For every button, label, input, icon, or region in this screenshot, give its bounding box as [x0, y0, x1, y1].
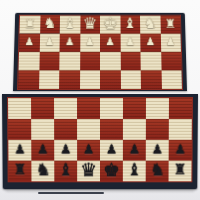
- square[interactable]: [59, 52, 79, 70]
- black-knight[interactable]: ♞: [150, 161, 165, 178]
- square[interactable]: [100, 52, 120, 70]
- white-pawn[interactable]: ♟: [85, 36, 95, 47]
- square[interactable]: ♜: [8, 161, 31, 182]
- white-pawn[interactable]: ♟: [45, 36, 55, 47]
- white-queen[interactable]: ♛: [82, 15, 97, 31]
- board-clasp: [38, 192, 104, 194]
- square[interactable]: [120, 52, 140, 70]
- square[interactable]: [123, 98, 146, 119]
- square[interactable]: ♟: [160, 34, 181, 52]
- square[interactable]: ♞: [146, 161, 169, 182]
- square[interactable]: ♟: [60, 34, 80, 52]
- black-pawn[interactable]: ♟: [174, 142, 186, 155]
- square[interactable]: [161, 52, 182, 70]
- white-pawn[interactable]: ♟: [166, 36, 176, 47]
- square[interactable]: [161, 70, 182, 89]
- black-pawn[interactable]: ♟: [83, 142, 95, 155]
- square[interactable]: [39, 70, 60, 89]
- square[interactable]: [141, 70, 162, 89]
- white-rook[interactable]: ♜: [24, 17, 36, 29]
- square[interactable]: [19, 52, 40, 70]
- white-bishop[interactable]: ♝: [63, 16, 76, 30]
- board-grid-top: ♜♞♝♛♚♝♞♜♟♟♟♟♟♟♟♟: [18, 16, 182, 89]
- square[interactable]: ♞: [40, 16, 60, 34]
- square[interactable]: ♟: [54, 140, 77, 161]
- square[interactable]: [123, 119, 146, 140]
- square[interactable]: [39, 52, 60, 70]
- black-pawn[interactable]: ♟: [14, 142, 26, 155]
- square[interactable]: ♝: [54, 161, 77, 182]
- white-pawn[interactable]: ♟: [105, 36, 115, 47]
- square[interactable]: [77, 98, 100, 119]
- black-knight[interactable]: ♞: [35, 161, 50, 178]
- white-knight[interactable]: ♞: [43, 16, 56, 30]
- square[interactable]: ♟: [123, 140, 146, 161]
- square[interactable]: [80, 52, 100, 70]
- black-pawn[interactable]: ♟: [37, 142, 49, 155]
- square[interactable]: [31, 98, 54, 119]
- square[interactable]: ♞: [31, 161, 54, 182]
- square[interactable]: [169, 119, 192, 140]
- square[interactable]: ♟: [8, 140, 31, 161]
- square[interactable]: ♛: [77, 161, 100, 182]
- square[interactable]: ♟: [19, 34, 40, 52]
- square[interactable]: [80, 70, 100, 89]
- black-bishop[interactable]: ♝: [127, 161, 142, 178]
- black-king[interactable]: ♚: [103, 160, 120, 179]
- black-rook[interactable]: ♜: [173, 162, 186, 177]
- square[interactable]: ♚: [100, 16, 120, 34]
- square[interactable]: ♟: [169, 140, 192, 161]
- board-bottom-half: ♟♟♟♟♟♟♟♟♜♞♝♛♚♝♞♜: [2, 94, 198, 189]
- square[interactable]: [31, 119, 54, 140]
- square[interactable]: [54, 98, 77, 119]
- square[interactable]: [146, 98, 169, 119]
- black-pawn[interactable]: ♟: [129, 142, 141, 155]
- square[interactable]: [169, 98, 192, 119]
- square[interactable]: ♜: [160, 16, 180, 34]
- square[interactable]: [18, 70, 39, 89]
- black-queen[interactable]: ♛: [80, 160, 97, 179]
- square[interactable]: ♟: [80, 34, 100, 52]
- square[interactable]: [54, 119, 77, 140]
- black-bishop[interactable]: ♝: [58, 161, 73, 178]
- black-pawn[interactable]: ♟: [60, 142, 72, 155]
- black-pawn[interactable]: ♟: [151, 142, 163, 155]
- square[interactable]: ♟: [100, 34, 120, 52]
- chess-set-photo: ♜♞♝♛♚♝♞♜♟♟♟♟♟♟♟♟ ♟♟♟♟♟♟♟♟♜♞♝♛♚♝♞♜: [0, 0, 200, 200]
- square[interactable]: ♟: [39, 34, 59, 52]
- white-rook[interactable]: ♜: [164, 17, 176, 29]
- white-king[interactable]: ♚: [103, 15, 118, 31]
- square[interactable]: ♜: [169, 161, 192, 182]
- square[interactable]: ♟: [120, 34, 140, 52]
- square[interactable]: ♝: [123, 161, 146, 182]
- square[interactable]: [146, 119, 169, 140]
- board-grid-bottom: ♟♟♟♟♟♟♟♟♜♞♝♛♚♝♞♜: [8, 98, 192, 181]
- square[interactable]: [8, 98, 31, 119]
- square[interactable]: [100, 119, 123, 140]
- square[interactable]: [120, 70, 141, 89]
- square[interactable]: ♝: [60, 16, 80, 34]
- square[interactable]: ♟: [146, 140, 169, 161]
- square[interactable]: ♜: [20, 16, 40, 34]
- square[interactable]: ♝: [120, 16, 140, 34]
- white-knight[interactable]: ♞: [143, 16, 156, 30]
- square[interactable]: [100, 70, 120, 89]
- white-pawn[interactable]: ♟: [24, 36, 34, 47]
- white-bishop[interactable]: ♝: [123, 16, 136, 30]
- square[interactable]: [140, 52, 161, 70]
- white-pawn[interactable]: ♟: [65, 36, 75, 47]
- board-top-half: ♜♞♝♛♚♝♞♜♟♟♟♟♟♟♟♟: [13, 13, 187, 91]
- white-pawn[interactable]: ♟: [145, 36, 155, 47]
- square[interactable]: [100, 98, 123, 119]
- black-rook[interactable]: ♜: [13, 162, 26, 177]
- square[interactable]: ♟: [31, 140, 54, 161]
- square[interactable]: ♞: [140, 16, 160, 34]
- square[interactable]: ♟: [140, 34, 160, 52]
- white-pawn[interactable]: ♟: [125, 36, 135, 47]
- square[interactable]: ♛: [80, 16, 100, 34]
- square[interactable]: ♚: [100, 161, 123, 182]
- square[interactable]: [8, 119, 31, 140]
- square[interactable]: [59, 70, 80, 89]
- square[interactable]: [77, 119, 100, 140]
- black-pawn[interactable]: ♟: [106, 142, 118, 155]
